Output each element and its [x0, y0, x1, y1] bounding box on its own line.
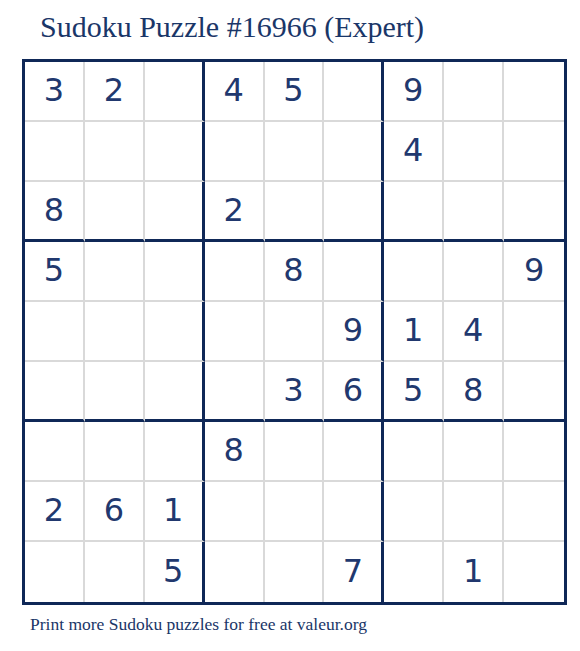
- cell-r2c7: 4: [384, 122, 444, 182]
- cell-r8c7: [384, 482, 444, 542]
- cell-r5c1: [25, 302, 85, 362]
- cell-r5c6: 9: [324, 302, 384, 362]
- cell-r5c8: 4: [444, 302, 504, 362]
- cell-r4c4: [205, 242, 265, 302]
- cell-r6c4: [205, 362, 265, 422]
- cell-r5c4: [205, 302, 265, 362]
- cell-r4c9: 9: [504, 242, 564, 302]
- cell-r6c3: [145, 362, 205, 422]
- cell-r3c2: [85, 182, 145, 242]
- cell-r7c5: [265, 422, 325, 482]
- cell-r8c9: [504, 482, 564, 542]
- cell-r4c3: [145, 242, 205, 302]
- page-title: Sudoku Puzzle #16966 (Expert): [40, 10, 424, 44]
- cell-r2c4: [205, 122, 265, 182]
- cell-r9c7: [384, 542, 444, 602]
- cell-r1c8: [444, 62, 504, 122]
- cell-r8c4: [205, 482, 265, 542]
- cell-r6c9: [504, 362, 564, 422]
- cell-r2c6: [324, 122, 384, 182]
- cell-r1c1: 3: [25, 62, 85, 122]
- cell-r7c1: [25, 422, 85, 482]
- cell-r3c6: [324, 182, 384, 242]
- cell-r9c6: 7: [324, 542, 384, 602]
- cell-r8c1: 2: [25, 482, 85, 542]
- cell-r4c2: [85, 242, 145, 302]
- sudoku-grid: 3245948258991436588261571: [22, 59, 567, 605]
- cell-r2c1: [25, 122, 85, 182]
- cell-r4c6: [324, 242, 384, 302]
- cell-r1c7: 9: [384, 62, 444, 122]
- cell-r4c1: 5: [25, 242, 85, 302]
- footer-text: Print more Sudoku puzzles for free at va…: [30, 614, 367, 635]
- cell-r9c3: 5: [145, 542, 205, 602]
- cell-r6c5: 3: [265, 362, 325, 422]
- cell-r6c7: 5: [384, 362, 444, 422]
- cell-r5c9: [504, 302, 564, 362]
- cell-r2c8: [444, 122, 504, 182]
- cell-r5c3: [145, 302, 205, 362]
- cell-r6c6: 6: [324, 362, 384, 422]
- cell-r1c4: 4: [205, 62, 265, 122]
- cell-r1c3: [145, 62, 205, 122]
- cell-r9c9: [504, 542, 564, 602]
- cell-r9c4: [205, 542, 265, 602]
- cell-r8c2: 6: [85, 482, 145, 542]
- cell-r6c1: [25, 362, 85, 422]
- cell-r9c8: 1: [444, 542, 504, 602]
- cell-r3c5: [265, 182, 325, 242]
- cell-r7c2: [85, 422, 145, 482]
- cell-r8c8: [444, 482, 504, 542]
- cell-r7c3: [145, 422, 205, 482]
- cell-r7c7: [384, 422, 444, 482]
- cell-r3c7: [384, 182, 444, 242]
- cell-r9c1: [25, 542, 85, 602]
- cell-r5c2: [85, 302, 145, 362]
- cell-r8c5: [265, 482, 325, 542]
- cell-r8c3: 1: [145, 482, 205, 542]
- cell-r5c5: [265, 302, 325, 362]
- cell-r1c6: [324, 62, 384, 122]
- cell-r1c5: 5: [265, 62, 325, 122]
- cell-r4c7: [384, 242, 444, 302]
- cell-r2c9: [504, 122, 564, 182]
- cell-r7c8: [444, 422, 504, 482]
- cell-r2c3: [145, 122, 205, 182]
- cell-r2c5: [265, 122, 325, 182]
- cell-r3c1: 8: [25, 182, 85, 242]
- cell-r3c8: [444, 182, 504, 242]
- sudoku-page: Sudoku Puzzle #16966 (Expert) 3245948258…: [0, 0, 580, 651]
- cell-r7c4: 8: [205, 422, 265, 482]
- cell-r3c9: [504, 182, 564, 242]
- cell-r3c4: 2: [205, 182, 265, 242]
- cell-r9c5: [265, 542, 325, 602]
- cell-r4c8: [444, 242, 504, 302]
- cell-r2c2: [85, 122, 145, 182]
- cell-r8c6: [324, 482, 384, 542]
- cell-r6c2: [85, 362, 145, 422]
- cell-r9c2: [85, 542, 145, 602]
- cell-r7c6: [324, 422, 384, 482]
- cell-r1c9: [504, 62, 564, 122]
- cell-r5c7: 1: [384, 302, 444, 362]
- cell-r6c8: 8: [444, 362, 504, 422]
- cell-r3c3: [145, 182, 205, 242]
- cell-r7c9: [504, 422, 564, 482]
- cell-r1c2: 2: [85, 62, 145, 122]
- cell-r4c5: 8: [265, 242, 325, 302]
